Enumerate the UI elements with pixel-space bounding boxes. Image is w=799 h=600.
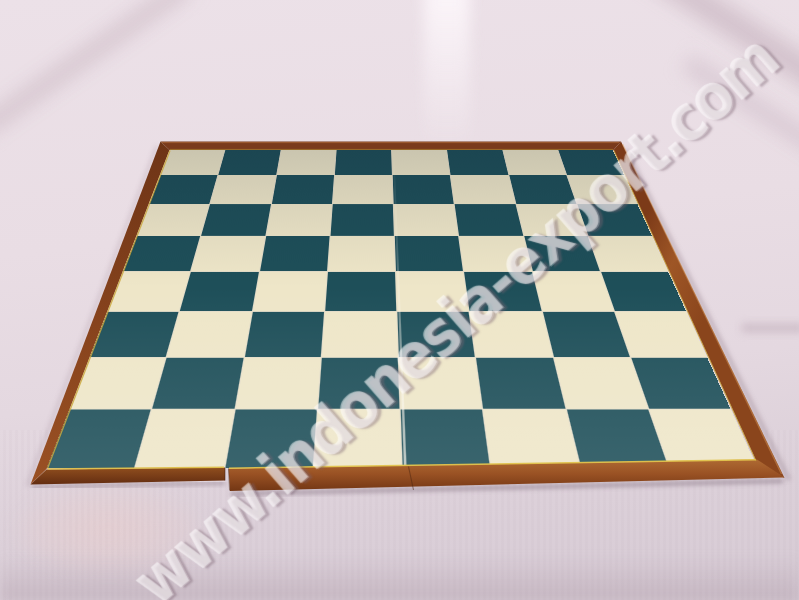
cloth-stain-bottom-left <box>18 488 198 572</box>
cloth-shadow-bottom <box>0 556 799 600</box>
cloth-fold-top-right <box>626 0 799 122</box>
frame-hinge-joint <box>409 467 414 491</box>
chessboard <box>46 149 757 468</box>
shadow-under-bottom-right <box>231 481 783 494</box>
frame-bottom-left-rail <box>31 468 226 485</box>
photo-scene: www.indonesia-export.com <box>0 0 799 600</box>
frame-joint-step-right <box>229 469 230 491</box>
cloth-fold-top-left <box>0 0 194 138</box>
cloth-fold-top-right-2 <box>682 55 799 195</box>
cloth-fold-top-center <box>424 0 470 153</box>
shadow-under-bottom-left <box>32 483 225 487</box>
cloth-crease-right <box>742 324 799 332</box>
